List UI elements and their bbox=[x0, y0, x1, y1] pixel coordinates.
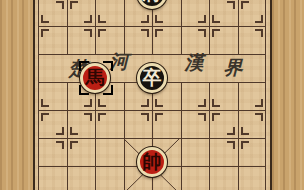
piece-red-general[interactable]: 帥 bbox=[137, 147, 167, 177]
board-cell[interactable] bbox=[181, 166, 210, 190]
piece-red-general-label: 帥 bbox=[143, 149, 162, 175]
board-cell[interactable] bbox=[38, 54, 67, 82]
point-marker bbox=[84, 99, 106, 121]
river-text-han: 漢 bbox=[183, 52, 205, 74]
piece-black-soldier-label: 卒 bbox=[143, 65, 162, 91]
point-marker bbox=[141, 99, 163, 121]
point-marker bbox=[56, 127, 78, 149]
xiangqi-board-screen: 楚 河 漢 界 將 卒 馬 帥 bbox=[0, 0, 304, 190]
point-marker bbox=[255, 15, 277, 37]
point-marker bbox=[198, 15, 220, 37]
board-cell[interactable] bbox=[38, 166, 67, 190]
river-text-jie: 界 bbox=[222, 57, 244, 79]
piece-black-general-label: 將 bbox=[143, 0, 162, 7]
piece-red-horse[interactable]: 馬 bbox=[80, 63, 110, 93]
board-cell[interactable] bbox=[95, 166, 124, 190]
point-marker bbox=[84, 15, 106, 37]
point-marker bbox=[141, 15, 163, 37]
board-cell[interactable] bbox=[181, 138, 210, 166]
point-marker bbox=[27, 15, 49, 37]
point-marker bbox=[27, 99, 49, 121]
board-cell[interactable] bbox=[67, 166, 96, 190]
board-cell[interactable] bbox=[238, 166, 267, 190]
piece-red-horse-label: 馬 bbox=[86, 65, 105, 91]
piece-black-soldier[interactable]: 卒 bbox=[137, 63, 167, 93]
point-marker bbox=[255, 99, 277, 121]
board-cell[interactable] bbox=[95, 138, 124, 166]
point-marker bbox=[198, 99, 220, 121]
point-marker bbox=[227, 127, 249, 149]
board-cell[interactable] bbox=[209, 166, 238, 190]
point-marker bbox=[56, 0, 78, 9]
point-marker bbox=[227, 0, 249, 9]
